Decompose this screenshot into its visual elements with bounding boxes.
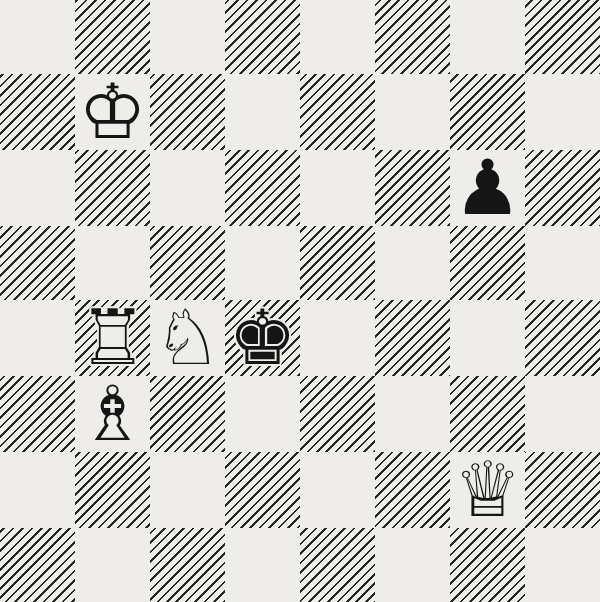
- square-g7[interactable]: [450, 74, 525, 150]
- square-c7[interactable]: [150, 74, 225, 150]
- square-g5[interactable]: [450, 226, 525, 300]
- square-h4[interactable]: [525, 300, 600, 376]
- piece-white-rook: ♜♖: [78, 300, 146, 376]
- square-c2[interactable]: [150, 452, 225, 528]
- square-e1[interactable]: [300, 528, 375, 602]
- square-f2[interactable]: [375, 452, 450, 528]
- square-h2[interactable]: [525, 452, 600, 528]
- square-a7[interactable]: [0, 74, 75, 150]
- piece-glyph: ♘: [153, 300, 221, 376]
- square-d8[interactable]: [225, 0, 300, 74]
- square-c4[interactable]: ♞♘: [150, 300, 225, 376]
- piece-halo: ♚: [228, 300, 296, 376]
- piece-halo: ♚: [78, 74, 146, 150]
- piece-glyph: ♔: [78, 74, 146, 150]
- piece-white-knight: ♞♘: [153, 300, 221, 376]
- piece-glyph: ♚: [228, 300, 296, 376]
- piece-halo: ♞: [153, 300, 221, 376]
- square-g2[interactable]: ♛♕: [450, 452, 525, 528]
- square-h6[interactable]: [525, 150, 600, 226]
- square-b3[interactable]: ♝♗: [75, 376, 150, 452]
- square-d6[interactable]: [225, 150, 300, 226]
- square-g8[interactable]: [450, 0, 525, 74]
- piece-glyph: ♗: [78, 376, 146, 452]
- square-e7[interactable]: [300, 74, 375, 150]
- square-b6[interactable]: [75, 150, 150, 226]
- square-e4[interactable]: [300, 300, 375, 376]
- square-f1[interactable]: [375, 528, 450, 602]
- square-h7[interactable]: [525, 74, 600, 150]
- piece-black-pawn: ♟♟: [453, 150, 521, 226]
- piece-halo: ♜: [78, 300, 146, 376]
- piece-glyph: ♖: [78, 300, 146, 376]
- square-b7[interactable]: ♚♔: [75, 74, 150, 150]
- square-f6[interactable]: [375, 150, 450, 226]
- square-e6[interactable]: [300, 150, 375, 226]
- piece-halo: ♛: [453, 452, 521, 528]
- square-e2[interactable]: [300, 452, 375, 528]
- square-a4[interactable]: [0, 300, 75, 376]
- square-c3[interactable]: [150, 376, 225, 452]
- square-b1[interactable]: [75, 528, 150, 602]
- square-a2[interactable]: [0, 452, 75, 528]
- square-e8[interactable]: [300, 0, 375, 74]
- piece-white-king: ♚♔: [78, 74, 146, 150]
- square-d3[interactable]: [225, 376, 300, 452]
- square-f4[interactable]: [375, 300, 450, 376]
- square-d5[interactable]: [225, 226, 300, 300]
- square-e5[interactable]: [300, 226, 375, 300]
- square-b5[interactable]: [75, 226, 150, 300]
- square-f8[interactable]: [375, 0, 450, 74]
- piece-glyph: ♟: [453, 150, 521, 226]
- square-a1[interactable]: [0, 528, 75, 602]
- square-c8[interactable]: [150, 0, 225, 74]
- square-c5[interactable]: [150, 226, 225, 300]
- square-h3[interactable]: [525, 376, 600, 452]
- square-c6[interactable]: [150, 150, 225, 226]
- piece-halo: ♝: [78, 376, 146, 452]
- square-d7[interactable]: [225, 74, 300, 150]
- square-g3[interactable]: [450, 376, 525, 452]
- piece-halo: ♟: [453, 150, 521, 226]
- square-a5[interactable]: [0, 226, 75, 300]
- square-d1[interactable]: [225, 528, 300, 602]
- square-e3[interactable]: [300, 376, 375, 452]
- piece-black-king: ♚♚: [228, 300, 296, 376]
- square-b4[interactable]: ♜♖: [75, 300, 150, 376]
- square-a3[interactable]: [0, 376, 75, 452]
- square-f7[interactable]: [375, 74, 450, 150]
- square-g6[interactable]: ♟♟: [450, 150, 525, 226]
- square-b2[interactable]: [75, 452, 150, 528]
- piece-white-queen: ♛♕: [453, 452, 521, 528]
- square-h1[interactable]: [525, 528, 600, 602]
- square-d2[interactable]: [225, 452, 300, 528]
- square-g1[interactable]: [450, 528, 525, 602]
- square-d4[interactable]: ♚♚: [225, 300, 300, 376]
- square-a8[interactable]: [0, 0, 75, 74]
- square-g4[interactable]: [450, 300, 525, 376]
- square-f5[interactable]: [375, 226, 450, 300]
- piece-white-bishop: ♝♗: [78, 376, 146, 452]
- square-c1[interactable]: [150, 528, 225, 602]
- piece-glyph: ♕: [453, 452, 521, 528]
- square-f3[interactable]: [375, 376, 450, 452]
- square-h8[interactable]: [525, 0, 600, 74]
- square-h5[interactable]: [525, 226, 600, 300]
- square-b8[interactable]: [75, 0, 150, 74]
- square-a6[interactable]: [0, 150, 75, 226]
- chess-board: ♚♔♟♟♜♖♞♘♚♚♝♗♛♕: [0, 0, 600, 602]
